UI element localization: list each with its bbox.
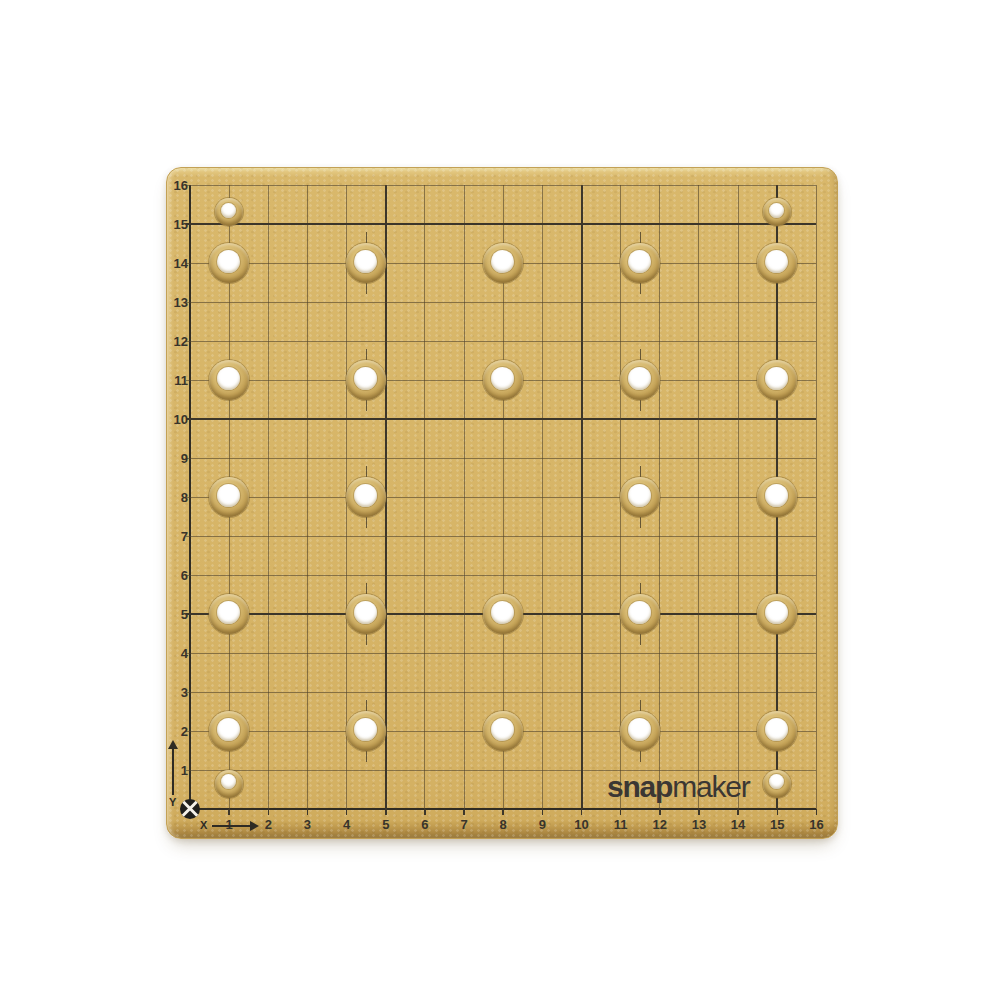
hole-crosshair-tick — [640, 349, 641, 360]
insert-hole-bore — [765, 367, 788, 390]
y-axis-arrow-head-icon — [168, 740, 178, 749]
x-axis-tick — [307, 809, 309, 815]
hole-crosshair-tick — [640, 517, 641, 528]
product-photo: 1122334455667788991010111112121313141415… — [0, 0, 1000, 1000]
hole-crosshair-tick — [366, 700, 367, 711]
hole-crosshair-tick — [366, 349, 367, 360]
x-axis-tick — [698, 809, 700, 815]
grid-line-horizontal — [186, 497, 816, 498]
x-axis-label: 12 — [653, 818, 667, 831]
x-axis-label: 4 — [343, 818, 350, 831]
brand-logo-light: maker — [672, 770, 749, 803]
grid-line-vertical — [698, 185, 699, 809]
hole-crosshair-tick — [366, 466, 367, 477]
insert-hole-bore — [628, 601, 651, 624]
x-axis-label: 14 — [731, 818, 745, 831]
insert-hole-bore — [628, 250, 651, 273]
x-axis-label: 6 — [421, 818, 428, 831]
hole-crosshair-tick — [366, 232, 367, 243]
y-axis-label: 7 — [167, 530, 188, 543]
insert-hole-bore — [765, 601, 788, 624]
y-axis-label: 11 — [167, 374, 188, 387]
hole-crosshair-tick — [640, 583, 641, 594]
y-axis-label: 10 — [167, 413, 188, 426]
y-axis-label: 4 — [167, 647, 188, 660]
y-axis-label: 9 — [167, 452, 188, 465]
insert-hole — [209, 594, 249, 634]
insert-hole — [483, 594, 523, 634]
corner-screw-hole — [763, 198, 791, 226]
insert-hole — [483, 711, 523, 751]
hole-crosshair-tick — [640, 466, 641, 477]
grid-line-horizontal — [186, 341, 816, 342]
insert-hole — [346, 243, 386, 283]
brand-logo: snapmaker — [607, 772, 750, 802]
hole-crosshair-tick — [640, 283, 641, 294]
insert-hole — [620, 711, 660, 751]
insert-hole-bore — [491, 601, 514, 624]
corner-screw-hole-bore — [769, 203, 784, 218]
y-axis-letter: Y — [169, 796, 176, 808]
y-axis-label: 16 — [167, 179, 188, 192]
hole-crosshair-tick — [366, 634, 367, 645]
y-axis-label: 3 — [167, 686, 188, 699]
insert-hole — [757, 594, 797, 634]
y-axis-arrow-icon — [172, 748, 174, 795]
x-axis-label: 9 — [539, 818, 546, 831]
insert-hole-bore — [354, 718, 377, 741]
insert-hole-bore — [765, 484, 788, 507]
hole-crosshair-tick — [640, 700, 641, 711]
insert-hole-bore — [491, 250, 514, 273]
insert-hole — [757, 243, 797, 283]
insert-hole — [209, 360, 249, 400]
y-axis-label: 5 — [167, 608, 188, 621]
insert-hole-bore — [765, 250, 788, 273]
insert-hole-bore — [628, 484, 651, 507]
insert-hole-bore — [217, 718, 240, 741]
x-axis-tick — [620, 809, 622, 815]
grid-line-vertical — [816, 185, 817, 809]
x-axis-label: 10 — [574, 818, 588, 831]
insert-hole-bore — [354, 601, 377, 624]
x-axis-label: 15 — [770, 818, 784, 831]
insert-hole — [483, 243, 523, 283]
hole-crosshair-tick — [640, 400, 641, 411]
insert-hole-bore — [765, 718, 788, 741]
y-axis-label: 13 — [167, 296, 188, 309]
insert-hole-bore — [217, 601, 240, 624]
insert-hole-bore — [628, 718, 651, 741]
x-axis-tick — [581, 809, 583, 815]
corner-screw-hole-bore — [221, 203, 236, 218]
insert-hole — [346, 360, 386, 400]
insert-hole — [757, 360, 797, 400]
grid-line-horizontal — [186, 808, 816, 811]
x-axis-tick — [777, 809, 779, 815]
y-axis-label: 1 — [167, 764, 188, 777]
x-axis-tick — [659, 809, 661, 815]
insert-hole — [620, 360, 660, 400]
grid-line-horizontal — [186, 653, 816, 654]
origin-marker — [180, 799, 200, 819]
x-axis-tick — [385, 809, 387, 815]
insert-hole — [620, 243, 660, 283]
insert-hole-bore — [491, 367, 514, 390]
y-axis-label: 15 — [167, 218, 188, 231]
insert-hole — [757, 711, 797, 751]
grid-line-horizontal — [186, 223, 816, 225]
hole-crosshair-tick — [640, 634, 641, 645]
insert-hole-bore — [354, 367, 377, 390]
insert-hole-bore — [217, 484, 240, 507]
x-axis-label: 5 — [382, 818, 389, 831]
insert-hole — [483, 360, 523, 400]
insert-hole — [346, 594, 386, 634]
corner-screw-hole — [215, 770, 243, 798]
grid-line-horizontal — [186, 185, 816, 186]
x-axis-label: 16 — [809, 818, 823, 831]
insert-hole — [620, 477, 660, 517]
x-axis-tick — [346, 809, 348, 815]
y-axis-label: 14 — [167, 257, 188, 270]
insert-hole — [346, 477, 386, 517]
insert-hole-bore — [354, 250, 377, 273]
x-axis-tick — [268, 809, 270, 815]
hole-crosshair-tick — [366, 751, 367, 762]
insert-hole-bore — [354, 484, 377, 507]
hole-crosshair-tick — [366, 283, 367, 294]
corner-screw-hole — [215, 198, 243, 226]
y-axis-label: 12 — [167, 335, 188, 348]
wasteboard: 1122334455667788991010111112121313141415… — [166, 167, 838, 839]
x-axis-label: 11 — [614, 818, 628, 831]
insert-hole-bore — [217, 250, 240, 273]
insert-hole-bore — [217, 367, 240, 390]
x-axis-tick — [542, 809, 544, 815]
x-axis-arrow-head-icon — [250, 821, 259, 831]
grid-line-vertical — [542, 185, 543, 809]
hole-crosshair-tick — [366, 583, 367, 594]
hole-crosshair-tick — [366, 400, 367, 411]
coordinate-grid: 1122334455667788991010111112121313141415… — [167, 168, 837, 838]
x-axis-tick — [816, 809, 818, 815]
x-axis-letter: X — [200, 819, 207, 831]
insert-hole — [346, 711, 386, 751]
insert-hole — [757, 477, 797, 517]
x-axis-tick — [502, 809, 504, 815]
grid-line-vertical — [581, 185, 583, 809]
hole-crosshair-tick — [640, 232, 641, 243]
grid-line-vertical — [738, 185, 739, 809]
corner-screw-hole — [763, 770, 791, 798]
grid-line-horizontal — [186, 302, 816, 303]
x-axis-label: 8 — [500, 818, 507, 831]
y-axis-label: 2 — [167, 725, 188, 738]
insert-hole — [620, 594, 660, 634]
x-axis-label: 2 — [265, 818, 272, 831]
insert-hole — [209, 243, 249, 283]
grid-line-horizontal — [186, 692, 816, 693]
brand-logo-bold: snap — [607, 770, 672, 803]
insert-hole-bore — [628, 367, 651, 390]
x-axis-tick — [737, 809, 739, 815]
insert-hole — [209, 477, 249, 517]
x-axis-label: 13 — [692, 818, 706, 831]
insert-hole — [209, 711, 249, 751]
y-axis-label: 6 — [167, 569, 188, 582]
x-axis-label: 3 — [304, 818, 311, 831]
hole-crosshair-tick — [640, 751, 641, 762]
grid-line-horizontal — [186, 536, 816, 537]
hole-crosshair-tick — [366, 517, 367, 528]
x-axis-tick — [228, 809, 230, 815]
x-axis-tick — [424, 809, 426, 815]
grid-line-horizontal — [186, 575, 816, 576]
corner-screw-hole-bore — [769, 774, 784, 789]
x-axis-arrow-icon — [212, 825, 250, 827]
x-axis-label: 7 — [460, 818, 467, 831]
grid-line-horizontal — [186, 458, 816, 459]
y-axis-label: 8 — [167, 491, 188, 504]
x-axis-tick — [463, 809, 465, 815]
insert-hole-bore — [491, 718, 514, 741]
corner-screw-hole-bore — [221, 774, 236, 789]
grid-line-horizontal — [186, 418, 816, 420]
